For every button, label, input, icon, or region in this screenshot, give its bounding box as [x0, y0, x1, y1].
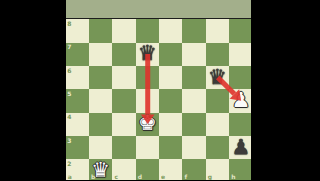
square-c6[interactable] [112, 66, 135, 89]
square-b3[interactable] [89, 136, 112, 159]
file-label-g: g [208, 174, 212, 180]
rank-label-6: 6 [67, 68, 71, 74]
square-f5[interactable] [182, 89, 205, 112]
square-e5[interactable] [159, 89, 182, 112]
square-c4[interactable] [112, 113, 135, 136]
square-c5[interactable] [112, 89, 135, 112]
square-b7[interactable] [89, 43, 112, 66]
square-h7[interactable] [229, 43, 252, 66]
file-label-c: c [114, 174, 118, 180]
rank-label-4: 4 [67, 114, 71, 120]
square-e6[interactable] [159, 66, 182, 89]
square-c7[interactable] [112, 43, 135, 66]
rank-label-7: 7 [67, 44, 71, 50]
video-frame: 87654321abcdefgh♛♛♟♚♟♛ [0, 0, 320, 180]
square-e7[interactable] [159, 43, 182, 66]
square-e8[interactable] [159, 19, 182, 42]
square-f8[interactable] [182, 19, 205, 42]
square-b6[interactable] [89, 66, 112, 89]
piece-black-pawn-h3[interactable]: ♟ [229, 135, 252, 158]
square-g4[interactable] [206, 113, 229, 136]
square-e3[interactable] [159, 136, 182, 159]
square-d5[interactable] [136, 89, 159, 112]
piece-black-queen-g6[interactable]: ♛ [206, 65, 229, 88]
square-f6[interactable] [182, 66, 205, 89]
right-letterbox-bar [251, 0, 320, 180]
square-c8[interactable] [112, 19, 135, 42]
rank-label-5: 5 [67, 91, 71, 97]
square-g8[interactable] [206, 19, 229, 42]
square-d3[interactable] [136, 136, 159, 159]
square-e4[interactable] [159, 113, 182, 136]
square-f4[interactable] [182, 113, 205, 136]
file-label-a: a [68, 174, 72, 180]
file-label-e: e [161, 174, 165, 180]
file-label-d: d [138, 174, 142, 180]
square-b4[interactable] [89, 113, 112, 136]
square-h4[interactable] [229, 113, 252, 136]
square-d6[interactable] [136, 66, 159, 89]
square-b5[interactable] [89, 89, 112, 112]
left-letterbox-bar [0, 0, 66, 180]
rank-label-3: 3 [67, 138, 71, 144]
square-g7[interactable] [206, 43, 229, 66]
square-d8[interactable] [136, 19, 159, 42]
square-f3[interactable] [182, 136, 205, 159]
square-h8[interactable] [229, 19, 252, 42]
rank-label-2: 2 [67, 161, 71, 167]
square-b8[interactable] [89, 19, 112, 42]
rank-label-8: 8 [67, 21, 71, 27]
piece-white-queen-b2[interactable]: ♛ [89, 159, 112, 181]
square-f7[interactable] [182, 43, 205, 66]
piece-white-pawn-h5[interactable]: ♟ [229, 88, 252, 111]
square-h6[interactable] [229, 66, 252, 89]
square-g5[interactable] [206, 89, 229, 112]
piece-white-king-d4[interactable]: ♚ [136, 112, 159, 135]
piece-black-queen-d7[interactable]: ♛ [136, 42, 159, 65]
square-g3[interactable] [206, 136, 229, 159]
board-top-edge-line [66, 18, 253, 20]
square-c3[interactable] [112, 136, 135, 159]
file-label-h: h [231, 174, 235, 180]
file-label-f: f [184, 174, 187, 180]
